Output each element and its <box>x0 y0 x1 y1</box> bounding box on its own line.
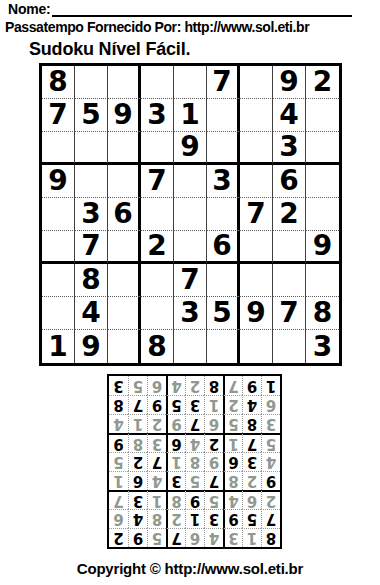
solution-cell-r4c6: 3 <box>166 471 185 490</box>
solution-cell-r8c6: 5 <box>166 395 185 414</box>
puzzle-cell-r7c2: 8 <box>75 264 108 297</box>
puzzle-cell-r1c1: 8 <box>42 66 75 99</box>
puzzle-cell-r5c6 <box>207 198 240 231</box>
solution-cell-r6c5: 4 <box>185 433 204 452</box>
solution-cell-r3c3: 4 <box>223 490 242 509</box>
solution-cell-r3c4: 5 <box>204 490 223 509</box>
puzzle-cell-r6c6: 6 <box>207 231 240 264</box>
solution-cell-r7c7: 2 <box>147 414 166 433</box>
solution-cell-r5c6: 1 <box>166 452 185 471</box>
puzzle-cell-r4c7 <box>240 165 273 198</box>
puzzle-cell-r6c9: 9 <box>306 231 339 264</box>
solution-cell-r2c1: 7 <box>261 509 280 528</box>
puzzle-cell-r7c8 <box>273 264 306 297</box>
solution-cell-r4c5: 5 <box>185 471 204 490</box>
solution-cell-r7c3: 5 <box>223 414 242 433</box>
solution-cell-r7c8: 1 <box>128 414 147 433</box>
solution-cell-r5c5: 8 <box>185 452 204 471</box>
solution-cell-r1c6: 7 <box>166 528 185 547</box>
puzzle-cell-r8c2: 4 <box>75 297 108 330</box>
solution-cell-r8c7: 9 <box>147 395 166 414</box>
solution-cell-r6c1: 5 <box>261 433 280 452</box>
puzzle-cell-r1c4 <box>141 66 174 99</box>
name-row: Nome: <box>8 1 352 17</box>
solution-cell-r5c9: 5 <box>109 452 128 471</box>
solution-cell-r2c5: 1 <box>185 509 204 528</box>
solution-cell-r9c7: 6 <box>147 376 166 395</box>
solution-cell-r2c8: 4 <box>128 509 147 528</box>
solution-cell-r4c1: 9 <box>261 471 280 490</box>
solution-cell-r2c6: 2 <box>166 509 185 528</box>
puzzle-cell-r5c3: 6 <box>108 198 141 231</box>
puzzle-cell-r5c9 <box>306 198 339 231</box>
puzzle-cell-r5c1 <box>42 198 75 231</box>
puzzle-cell-r8c1 <box>42 297 75 330</box>
name-label: Nome: <box>8 1 51 17</box>
name-fill-line <box>52 2 352 17</box>
solution-cell-r1c9: 2 <box>109 528 128 547</box>
puzzle-cell-r8c8: 7 <box>273 297 306 330</box>
puzzle-cell-r1c9: 2 <box>306 66 339 99</box>
puzzle-cell-r9c2: 9 <box>75 330 108 363</box>
solution-cell-r3c9: 7 <box>109 490 128 509</box>
sudoku-puzzle-grid: 879275931493973636727269874359781983 <box>39 63 342 366</box>
puzzle-cell-r8c9: 8 <box>306 297 339 330</box>
puzzle-cell-r5c5 <box>174 198 207 231</box>
puzzle-cell-r5c4 <box>141 198 174 231</box>
puzzle-cell-r4c4: 7 <box>141 165 174 198</box>
solution-cell-r1c3: 3 <box>223 528 242 547</box>
solution-cell-r1c8: 9 <box>128 528 147 547</box>
solution-cell-r3c1: 2 <box>261 490 280 509</box>
solution-cell-r7c9: 4 <box>109 414 128 433</box>
solution-cell-r3c7: 1 <box>147 490 166 509</box>
solution-cell-r1c5: 6 <box>185 528 204 547</box>
puzzle-cell-r2c8: 4 <box>273 99 306 132</box>
puzzle-cell-r5c2: 3 <box>75 198 108 231</box>
puzzle-cell-r5c8: 2 <box>273 198 306 231</box>
solution-cell-r9c4: 8 <box>204 376 223 395</box>
solution-cell-r7c5: 7 <box>185 414 204 433</box>
puzzle-cell-r7c1 <box>42 264 75 297</box>
puzzle-cell-r1c8: 9 <box>273 66 306 99</box>
solution-cell-r5c8: 2 <box>128 452 147 471</box>
solution-cell-r8c8: 7 <box>128 395 147 414</box>
solution-cell-r6c6: 6 <box>166 433 185 452</box>
solution-cell-r7c1: 3 <box>261 414 280 433</box>
puzzle-cell-r3c7 <box>240 132 273 165</box>
puzzle-cell-r3c4 <box>141 132 174 165</box>
puzzle-cell-r7c7 <box>240 264 273 297</box>
solution-cell-r6c8: 8 <box>128 433 147 452</box>
solution-cell-r4c4: 7 <box>204 471 223 490</box>
puzzle-cell-r6c1 <box>42 231 75 264</box>
puzzle-cell-r4c9 <box>306 165 339 198</box>
solution-cell-r8c4: 1 <box>204 395 223 414</box>
solution-cell-r8c9: 8 <box>109 395 128 414</box>
solution-cell-r5c2: 3 <box>242 452 261 471</box>
solution-cell-r5c4: 9 <box>204 452 223 471</box>
solution-cell-r8c3: 2 <box>223 395 242 414</box>
solution-cell-r4c9: 1 <box>109 471 128 490</box>
solution-cell-r3c2: 6 <box>242 490 261 509</box>
puzzle-cell-r4c6: 3 <box>207 165 240 198</box>
solution-cell-r7c6: 9 <box>166 414 185 433</box>
puzzle-cell-r5c7: 7 <box>240 198 273 231</box>
solution-cell-r6c3: 1 <box>223 433 242 452</box>
puzzle-cell-r4c8: 6 <box>273 165 306 198</box>
solution-cell-r2c7: 8 <box>147 509 166 528</box>
solution-cell-r9c9: 3 <box>109 376 128 395</box>
puzzle-cell-r8c4 <box>141 297 174 330</box>
puzzle-cell-r3c9 <box>306 132 339 165</box>
solution-cell-r7c4: 6 <box>204 414 223 433</box>
puzzle-cell-r7c4 <box>141 264 174 297</box>
puzzle-cell-r9c1: 1 <box>42 330 75 363</box>
solution-cell-r2c9: 6 <box>109 509 128 528</box>
puzzle-cell-r7c9 <box>306 264 339 297</box>
puzzle-cell-r9c3 <box>108 330 141 363</box>
puzzle-cell-r1c2 <box>75 66 108 99</box>
puzzle-cell-r1c3 <box>108 66 141 99</box>
puzzle-cell-r6c2: 7 <box>75 231 108 264</box>
puzzle-cell-r4c1: 9 <box>42 165 75 198</box>
solution-cell-r1c2: 1 <box>242 528 261 547</box>
puzzle-cell-r6c4: 2 <box>141 231 174 264</box>
puzzle-cell-r8c7: 9 <box>240 297 273 330</box>
puzzle-cell-r2c2: 5 <box>75 99 108 132</box>
solution-cell-r9c1: 1 <box>261 376 280 395</box>
solution-cell-r9c6: 4 <box>166 376 185 395</box>
puzzle-cell-r7c3 <box>108 264 141 297</box>
puzzle-cell-r9c8 <box>273 330 306 363</box>
solution-cell-r4c2: 2 <box>242 471 261 490</box>
puzzle-cell-r8c6: 5 <box>207 297 240 330</box>
page-title: Sudoku Nível Fácil. <box>29 39 190 60</box>
provided-by-text: Passatempo Fornecido Por: http://www.sol… <box>5 19 309 35</box>
puzzle-cell-r8c3 <box>108 297 141 330</box>
puzzle-cell-r1c7 <box>240 66 273 99</box>
solution-cell-r1c7: 5 <box>147 528 166 547</box>
solution-cell-r9c3: 7 <box>223 376 242 395</box>
solution-cell-r3c5: 9 <box>185 490 204 509</box>
puzzle-cell-r9c6 <box>207 330 240 363</box>
puzzle-cell-r9c9: 3 <box>306 330 339 363</box>
puzzle-cell-r1c5 <box>174 66 207 99</box>
solution-cell-r4c8: 6 <box>128 471 147 490</box>
solution-cell-r9c5: 2 <box>185 376 204 395</box>
solution-cell-r8c5: 3 <box>185 395 204 414</box>
solution-cell-r4c7: 4 <box>147 471 166 490</box>
solution-cell-r9c2: 9 <box>242 376 261 395</box>
solution-cell-r8c1: 6 <box>261 395 280 414</box>
solution-cell-r7c2: 8 <box>242 414 261 433</box>
puzzle-cell-r3c5: 9 <box>174 132 207 165</box>
puzzle-cell-r3c2 <box>75 132 108 165</box>
puzzle-cell-r6c3 <box>108 231 141 264</box>
puzzle-cell-r4c2 <box>75 165 108 198</box>
puzzle-cell-r2c3: 9 <box>108 99 141 132</box>
puzzle-cell-r6c7 <box>240 231 273 264</box>
puzzle-cell-r4c3 <box>108 165 141 198</box>
sudoku-solution-grid-rotated: 8134675927593128462645981379287534614369… <box>107 374 282 549</box>
puzzle-cell-r3c3 <box>108 132 141 165</box>
puzzle-cell-r2c4: 3 <box>141 99 174 132</box>
solution-cell-r2c3: 9 <box>223 509 242 528</box>
puzzle-cell-r2c9 <box>306 99 339 132</box>
puzzle-cell-r6c8 <box>273 231 306 264</box>
puzzle-cell-r2c5: 1 <box>174 99 207 132</box>
puzzle-cell-r1c6: 7 <box>207 66 240 99</box>
puzzle-cell-r2c1: 7 <box>42 99 75 132</box>
sudoku-worksheet-page: Nome: Passatempo Fornecido Por: http://w… <box>0 0 380 585</box>
puzzle-cell-r2c6 <box>207 99 240 132</box>
solution-cell-r6c2: 7 <box>242 433 261 452</box>
puzzle-cell-r3c8: 3 <box>273 132 306 165</box>
copyright-text: Copyright © http://www.sol.eti.br <box>0 560 380 577</box>
solution-cell-r5c7: 7 <box>147 452 166 471</box>
solution-cell-r1c4: 4 <box>204 528 223 547</box>
solution-cell-r1c1: 8 <box>261 528 280 547</box>
solution-cell-r3c8: 3 <box>128 490 147 509</box>
puzzle-cell-r7c6 <box>207 264 240 297</box>
puzzle-cell-r3c1 <box>42 132 75 165</box>
puzzle-cell-r9c4: 8 <box>141 330 174 363</box>
puzzle-cell-r8c5: 3 <box>174 297 207 330</box>
solution-cell-r5c3: 6 <box>223 452 242 471</box>
puzzle-cell-r3c6 <box>207 132 240 165</box>
solution-cell-r9c8: 5 <box>128 376 147 395</box>
solution-cell-r4c3: 8 <box>223 471 242 490</box>
puzzle-cell-r2c7 <box>240 99 273 132</box>
puzzle-cell-r9c7 <box>240 330 273 363</box>
puzzle-cell-r9c5 <box>174 330 207 363</box>
puzzle-cell-r4c5 <box>174 165 207 198</box>
puzzle-cell-r6c5 <box>174 231 207 264</box>
solution-cell-r6c9: 9 <box>109 433 128 452</box>
solution-cell-r2c4: 3 <box>204 509 223 528</box>
solution-cell-r8c2: 4 <box>242 395 261 414</box>
solution-cell-r5c1: 4 <box>261 452 280 471</box>
solution-cell-r6c7: 3 <box>147 433 166 452</box>
puzzle-cell-r7c5: 7 <box>174 264 207 297</box>
solution-cell-r2c2: 5 <box>242 509 261 528</box>
solution-cell-r3c6: 8 <box>166 490 185 509</box>
solution-cell-r6c4: 2 <box>204 433 223 452</box>
